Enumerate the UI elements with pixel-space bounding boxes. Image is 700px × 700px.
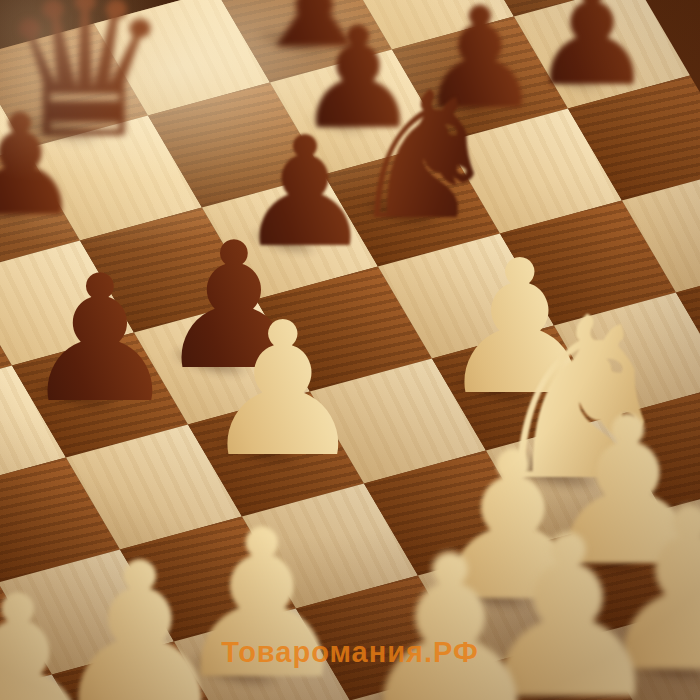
- photo-stage: ♛♝♟♟♟♟♟♞♟♟♟♟♞♟♟♟♟♟♟♟♟ Товаромания.РФ: [0, 0, 700, 700]
- pawn-glyph: ♟: [349, 526, 551, 700]
- pawn-glyph: ♟: [0, 96, 83, 236]
- watermark: Товаромания.РФ: [221, 636, 478, 669]
- pawn-glyph: ♟: [0, 569, 110, 700]
- pawn-glyph: ♟: [200, 298, 366, 483]
- pawn-glyph: ♟: [529, 0, 655, 106]
- pieces-layer: ♛♝♟♟♟♟♟♞♟♟♟♟♞♟♟♟♟♟♟♟♟: [0, 0, 700, 700]
- pawn-glyph: ♟: [22, 252, 179, 427]
